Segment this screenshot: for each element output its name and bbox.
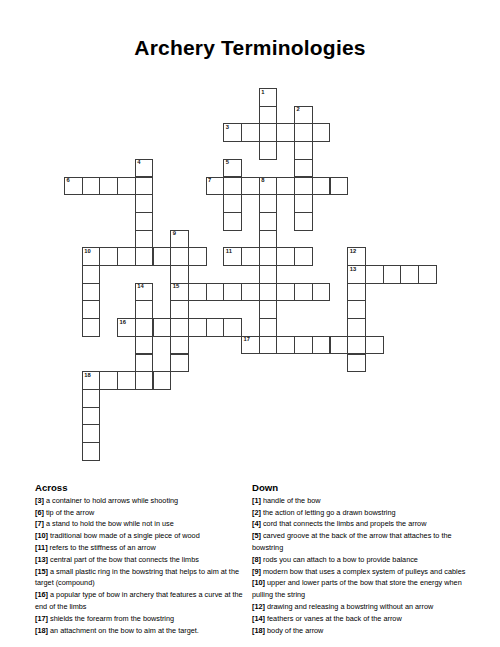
across-clue-17-number: [17]	[35, 614, 48, 623]
grid-cell-r13-c9[interactable]	[223, 318, 242, 337]
grid-cell-r9-c3[interactable]	[117, 247, 136, 266]
grid-cell-r4-c4[interactable]: 4	[135, 159, 154, 178]
grid-cell-r2-c11[interactable]	[259, 123, 278, 142]
clue-number-9: 9	[173, 231, 176, 237]
down-clue-1: [1] handle of the bow	[252, 495, 476, 507]
grid-cell-r2-c10[interactable]	[241, 123, 260, 142]
across-clue-6-number: [6]	[35, 508, 44, 517]
across-clue-13-number: [13]	[35, 555, 48, 564]
down-clue-4: [4] cord that connects the limbs and pro…	[252, 518, 476, 530]
across-clue-10: [10] traditional bow made of a single pi…	[35, 530, 248, 542]
clue-number-14: 14	[137, 284, 143, 290]
down-clue-14-number: [14]	[252, 614, 265, 623]
grid-cell-r7-c4[interactable]	[135, 212, 154, 231]
grid-cell-r5-c9[interactable]	[223, 177, 242, 196]
grid-cell-r10-c19[interactable]	[400, 265, 419, 284]
grid-cell-r16-c5[interactable]	[153, 371, 172, 390]
grid-cell-r7-c9[interactable]	[223, 212, 242, 231]
grid-cell-r14-c6[interactable]	[170, 336, 189, 355]
grid-cell-r6-c13[interactable]	[294, 194, 313, 213]
grid-cell-r12-c6[interactable]	[170, 300, 189, 319]
grid-cell-r11-c4[interactable]: 14	[135, 283, 154, 302]
down-clues-section: Down [1] handle of the bow[2] the action…	[252, 482, 476, 636]
grid-cell-r9-c12[interactable]	[276, 247, 295, 266]
grid-cell-r9-c2[interactable]	[99, 247, 118, 266]
grid-cell-r13-c3[interactable]: 16	[117, 318, 136, 337]
down-clue-2-number: [2]	[252, 508, 261, 517]
clue-number-7: 7	[208, 178, 211, 184]
grid-cell-r0-c11[interactable]: 1	[259, 88, 278, 107]
across-clue-3: [3] a container to hold arrows while sho…	[35, 495, 248, 507]
clue-number-13: 13	[350, 267, 356, 273]
grid-cell-r12-c16[interactable]	[347, 300, 366, 319]
grid-cell-r14-c14[interactable]	[312, 336, 331, 355]
clue-number-18: 18	[84, 373, 90, 379]
crossword-grid: 123456789101112131415161718	[64, 88, 436, 460]
grid-cell-r15-c6[interactable]	[170, 354, 189, 373]
grid-cell-r14-c16[interactable]	[347, 336, 366, 355]
down-clue-12-number: [12]	[252, 602, 265, 611]
down-clue-4-number: [4]	[252, 519, 261, 528]
grid-cell-r11-c8[interactable]	[206, 283, 225, 302]
grid-cell-r11-c9[interactable]	[223, 283, 242, 302]
grid-cell-r12-c11[interactable]	[259, 300, 278, 319]
grid-cell-r12-c4[interactable]	[135, 300, 154, 319]
grid-cell-r13-c1[interactable]	[82, 318, 101, 337]
grid-cell-r12-c1[interactable]	[82, 300, 101, 319]
clue-number-11: 11	[226, 249, 232, 255]
grid-cell-r13-c6[interactable]	[170, 318, 189, 337]
grid-cell-r5-c15[interactable]	[330, 177, 349, 196]
grid-cell-r8-c11[interactable]	[259, 230, 278, 249]
grid-cell-r11-c10[interactable]	[241, 283, 260, 302]
across-clue-3-number: [3]	[35, 496, 44, 505]
grid-cell-r5-c2[interactable]	[99, 177, 118, 196]
grid-cell-r10-c20[interactable]	[418, 265, 437, 284]
across-clue-7-number: [7]	[35, 519, 44, 528]
grid-cell-r9-c5[interactable]	[153, 247, 172, 266]
grid-cell-r9-c9[interactable]: 11	[223, 247, 242, 266]
grid-cell-r16-c2[interactable]	[99, 371, 118, 390]
clue-number-16: 16	[120, 320, 126, 326]
grid-cell-r14-c17[interactable]	[365, 336, 384, 355]
grid-cell-r9-c11[interactable]	[259, 247, 278, 266]
grid-cell-r16-c3[interactable]	[117, 371, 136, 390]
grid-cell-r2-c14[interactable]	[312, 123, 331, 142]
grid-cell-r11-c11[interactable]	[259, 283, 278, 302]
clue-number-10: 10	[84, 249, 90, 255]
down-clue-8: [8] rods you can attach to a bow to prov…	[252, 554, 476, 566]
grid-cell-r11-c16[interactable]	[347, 283, 366, 302]
down-clue-10: [10] upper and lower parts of the bow th…	[252, 577, 476, 601]
grid-cell-r5-c13[interactable]	[294, 177, 313, 196]
across-clue-18: [18] an attachment on the bow to aim at …	[35, 625, 248, 637]
grid-cell-r10-c16[interactable]: 13	[347, 265, 366, 284]
clue-number-8: 8	[261, 178, 264, 184]
grid-cell-r11-c12[interactable]	[276, 283, 295, 302]
grid-cell-r19-c1[interactable]	[82, 424, 101, 443]
down-clue-5-number: [5]	[252, 531, 261, 540]
grid-cell-r6-c11[interactable]	[259, 194, 278, 213]
grid-cell-r1-c11[interactable]	[259, 106, 278, 125]
grid-cell-r8-c4[interactable]	[135, 230, 154, 249]
grid-cell-r11-c1[interactable]	[82, 283, 101, 302]
down-clue-14: [14] feathers or vanes at the back of th…	[252, 613, 476, 625]
grid-cell-r9-c1[interactable]: 10	[82, 247, 101, 266]
grid-cell-r15-c16[interactable]	[347, 354, 366, 373]
grid-cell-r10-c1[interactable]	[82, 265, 101, 284]
grid-cell-r5-c12[interactable]	[276, 177, 295, 196]
clue-number-6: 6	[67, 178, 70, 184]
down-clue-10-number: [10]	[252, 578, 265, 587]
grid-cell-r8-c6[interactable]: 9	[170, 230, 189, 249]
grid-cell-r5-c1[interactable]	[82, 177, 101, 196]
grid-cell-r9-c6[interactable]	[170, 247, 189, 266]
across-clue-7: [7] a stand to hold the bow while not in…	[35, 518, 248, 530]
grid-cell-r2-c13[interactable]	[294, 123, 313, 142]
across-clue-16: [16] a popular type of bow in archery th…	[35, 589, 248, 613]
across-clue-18-number: [18]	[35, 626, 48, 635]
across-clue-11-number: [11]	[35, 543, 48, 552]
grid-cell-r5-c14[interactable]	[312, 177, 331, 196]
grid-cell-r2-c12[interactable]	[276, 123, 295, 142]
clue-number-15: 15	[173, 284, 179, 290]
grid-cell-r10-c6[interactable]	[170, 265, 189, 284]
grid-cell-r15-c4[interactable]	[135, 354, 154, 373]
grid-cell-r3-c13[interactable]	[294, 141, 313, 160]
down-clue-9: [9] modern bow that uses a complex syste…	[252, 566, 476, 578]
grid-cell-r9-c10[interactable]	[241, 247, 260, 266]
down-clue-18-number: [18]	[252, 626, 265, 635]
grid-cell-r16-c1[interactable]: 18	[82, 371, 101, 390]
grid-cell-r1-c13[interactable]: 2	[294, 106, 313, 125]
down-clue-1-number: [1]	[252, 496, 261, 505]
across-clue-10-number: [10]	[35, 531, 48, 540]
across-clue-13: [13] central part of the bow that connec…	[35, 554, 248, 566]
grid-cell-r9-c16[interactable]: 12	[347, 247, 366, 266]
down-heading: Down	[252, 482, 476, 494]
down-clue-18: [18] body of the arrow	[252, 625, 476, 637]
across-clue-15-number: [15]	[35, 567, 48, 576]
down-clue-8-number: [8]	[252, 555, 261, 564]
grid-cell-r10-c18[interactable]	[383, 265, 402, 284]
grid-cell-r3-c11[interactable]	[259, 141, 278, 160]
grid-cell-r2-c9[interactable]: 3	[223, 123, 242, 142]
clue-number-1: 1	[261, 90, 264, 96]
grid-cell-r14-c15[interactable]	[330, 336, 349, 355]
down-clue-2: [2] the action of letting go a drawn bow…	[252, 507, 476, 519]
grid-cell-r5-c10[interactable]	[241, 177, 260, 196]
grid-cell-r13-c4[interactable]	[135, 318, 154, 337]
across-clue-15: [15] a small plastic ring in the bowstri…	[35, 566, 248, 590]
grid-cell-r5-c8[interactable]: 7	[206, 177, 225, 196]
grid-cell-r13-c7[interactable]	[188, 318, 207, 337]
down-clue-5: [5] carved groove at the back of the arr…	[252, 530, 476, 554]
grid-cell-r16-c4[interactable]	[135, 371, 154, 390]
grid-cell-r6-c9[interactable]	[223, 194, 242, 213]
grid-cell-r7-c13[interactable]	[294, 212, 313, 231]
across-clue-6: [6] tip of the arrow	[35, 507, 248, 519]
grid-cell-r11-c13[interactable]	[294, 283, 313, 302]
clue-number-3: 3	[226, 125, 229, 131]
across-clues-list: [3] a container to hold arrows while sho…	[35, 495, 248, 637]
grid-cell-r13-c8[interactable]	[206, 318, 225, 337]
grid-cell-r14-c10[interactable]: 17	[241, 336, 260, 355]
clue-number-2: 2	[297, 107, 300, 113]
grid-cell-r17-c1[interactable]	[82, 389, 101, 408]
grid-cell-r4-c9[interactable]: 5	[223, 159, 242, 178]
grid-cell-r10-c17[interactable]	[365, 265, 384, 284]
across-clue-11: [11] refers to the stiffness of an arrow	[35, 542, 248, 554]
grid-cell-r13-c16[interactable]	[347, 318, 366, 337]
grid-cell-r5-c11[interactable]: 8	[259, 177, 278, 196]
down-clue-12: [12] drawing and releasing a bowstring w…	[252, 601, 476, 613]
down-clues-list: [1] handle of the bow[2] the action of l…	[252, 495, 476, 637]
grid-cell-r14-c12[interactable]	[276, 336, 295, 355]
grid-cell-r4-c13[interactable]	[294, 159, 313, 178]
grid-cell-r11-c7[interactable]	[188, 283, 207, 302]
grid-cell-r14-c13[interactable]	[294, 336, 313, 355]
grid-cell-r7-c11[interactable]	[259, 212, 278, 231]
down-clue-9-number: [9]	[252, 567, 261, 576]
grid-cell-r9-c7[interactable]	[188, 247, 207, 266]
grid-cell-r13-c11[interactable]	[259, 318, 278, 337]
grid-cell-r10-c11[interactable]	[259, 265, 278, 284]
clue-number-4: 4	[137, 160, 140, 166]
clue-number-12: 12	[350, 249, 356, 255]
across-heading: Across	[35, 482, 248, 494]
grid-cell-r9-c13[interactable]	[294, 247, 313, 266]
grid-cell-r5-c3[interactable]	[117, 177, 136, 196]
grid-cell-r9-c4[interactable]	[135, 247, 154, 266]
page: { "page": { "title": "Archery Terminolog…	[0, 0, 500, 647]
across-clues-section: Across [3] a container to hold arrows wh…	[35, 482, 248, 636]
clue-number-5: 5	[226, 160, 229, 166]
grid-cell-r13-c5[interactable]	[153, 318, 172, 337]
grid-cell-r18-c1[interactable]	[82, 407, 101, 426]
grid-cell-r14-c11[interactable]	[259, 336, 278, 355]
grid-cell-r6-c4[interactable]	[135, 194, 154, 213]
clue-number-17: 17	[244, 337, 250, 343]
grid-cell-r5-c4[interactable]	[135, 177, 154, 196]
across-clue-16-number: [16]	[35, 590, 48, 599]
grid-cell-r11-c6[interactable]: 15	[170, 283, 189, 302]
page-title: Archery Terminologies	[0, 36, 500, 60]
grid-cell-r14-c4[interactable]	[135, 336, 154, 355]
grid-cell-r11-c14[interactable]	[312, 283, 331, 302]
grid-cell-r20-c1[interactable]	[82, 442, 101, 461]
grid-cell-r5-c0[interactable]: 6	[64, 177, 83, 196]
across-clue-17: [17] shields the forearm from the bowstr…	[35, 613, 248, 625]
